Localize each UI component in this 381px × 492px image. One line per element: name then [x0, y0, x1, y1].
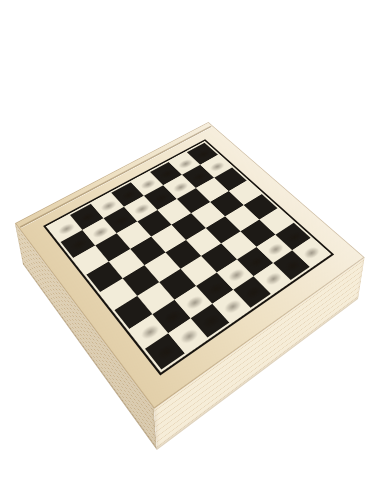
product-photo-scene: ♜♞♝♛♚♝♞♜♟♟♟♟♟♟♟♟♟♟♟♟♟♟♟♟♜♞♝♛♚♝♞♜ — [0, 0, 381, 492]
square-a6[interactable] — [73, 245, 108, 274]
chess-box: ♜♞♝♛♚♝♞♜♟♟♟♟♟♟♟♟♟♟♟♟♟♟♟♟♜♞♝♛♚♝♞♜ — [15, 122, 365, 409]
square-a1[interactable]: ♜ — [145, 333, 185, 369]
